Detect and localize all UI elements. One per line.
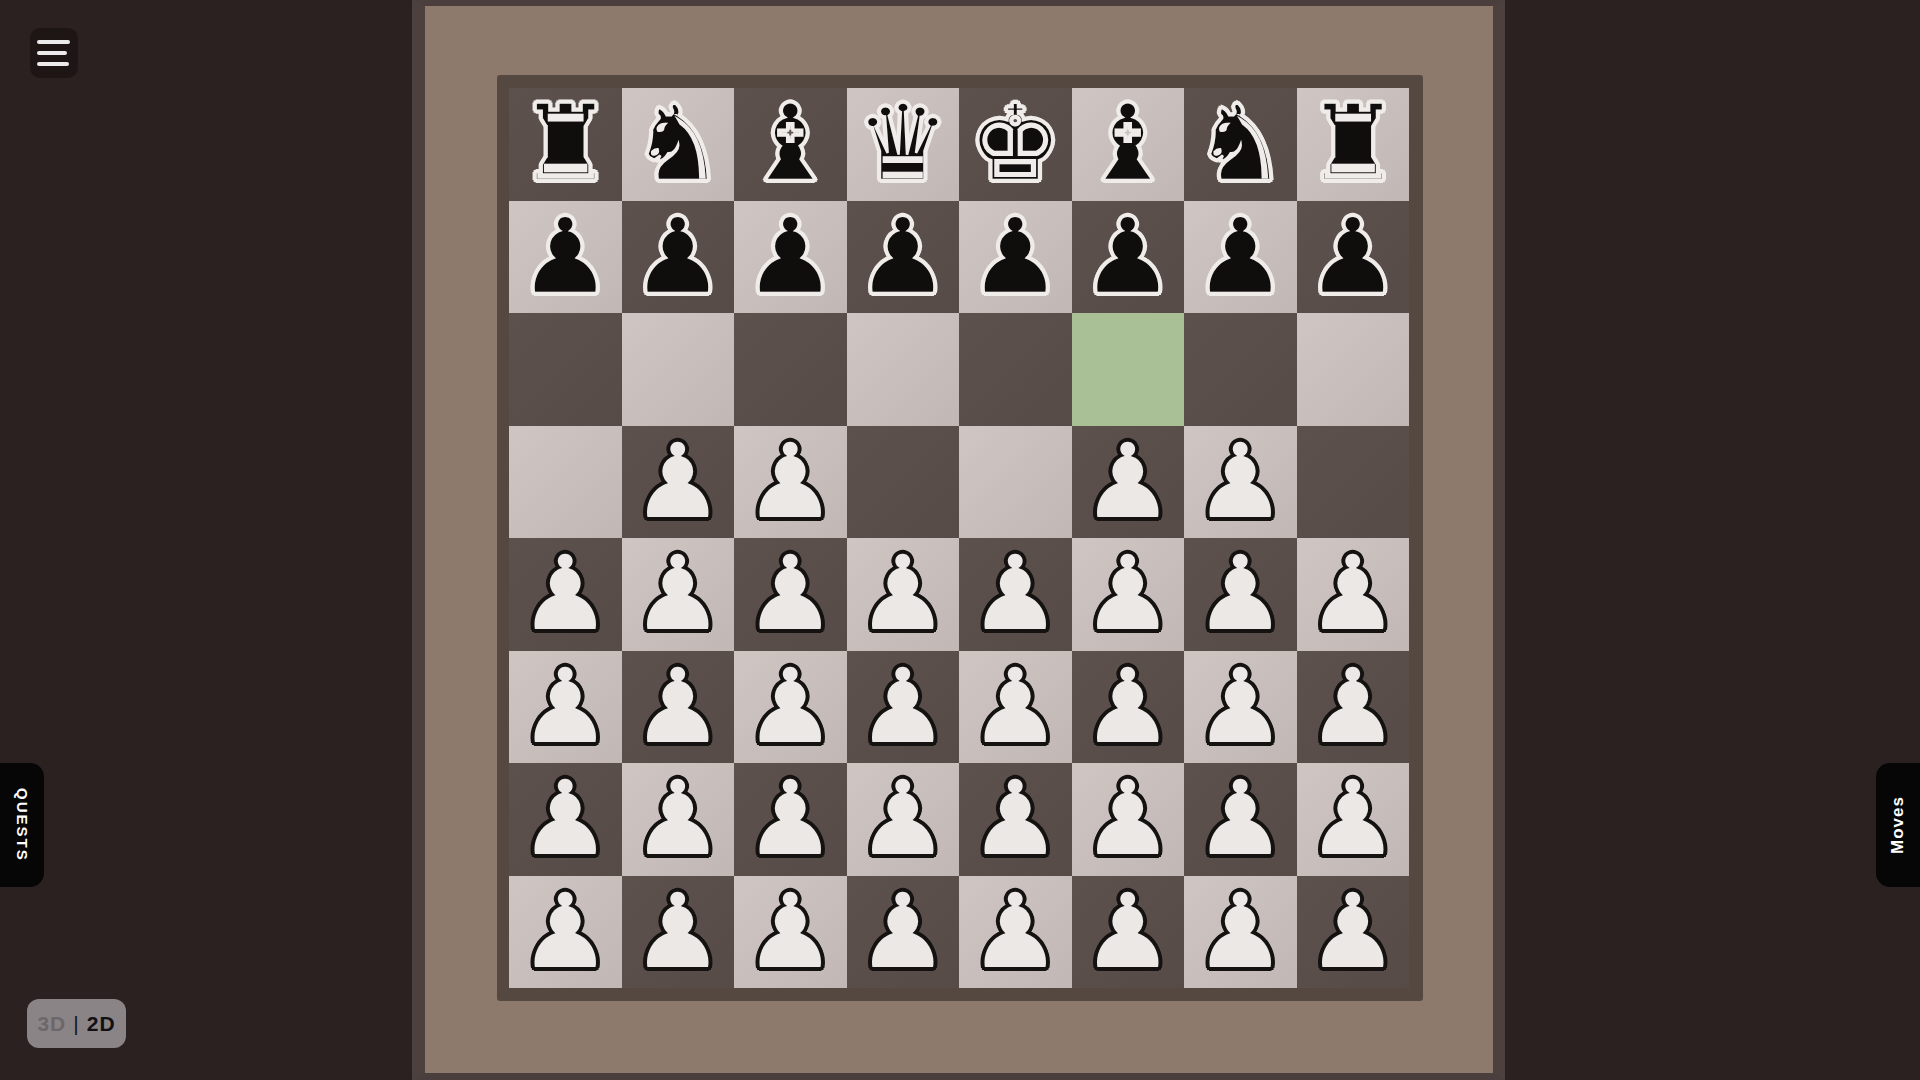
hamburger-icon — [37, 40, 70, 44]
piece-white-pawn[interactable]: ♟ — [509, 876, 622, 989]
square-d6[interactable] — [847, 313, 960, 426]
square-b4[interactable]: ♟ — [622, 538, 735, 651]
square-a1[interactable]: ♟ — [509, 876, 622, 989]
view-mode-toggle[interactable]: 3D | 2D — [27, 999, 126, 1048]
square-h8[interactable]: ♜ — [1297, 88, 1410, 201]
square-d4[interactable]: ♟ — [847, 538, 960, 651]
square-g4[interactable]: ♟ — [1184, 538, 1297, 651]
piece-white-pawn[interactable]: ♟ — [1072, 651, 1185, 764]
square-e1[interactable]: ♟ — [959, 876, 1072, 989]
square-f6[interactable] — [1072, 313, 1185, 426]
square-d2[interactable]: ♟ — [847, 763, 960, 876]
piece-black-pawn[interactable]: ♟ — [1072, 201, 1185, 314]
square-b1[interactable]: ♟ — [622, 876, 735, 989]
square-e4[interactable]: ♟ — [959, 538, 1072, 651]
square-d5[interactable] — [847, 426, 960, 539]
piece-black-knight[interactable]: ♞ — [622, 88, 735, 201]
square-a5[interactable] — [509, 426, 622, 539]
piece-black-bishop[interactable]: ♝ — [1072, 88, 1185, 201]
square-c8[interactable]: ♝ — [734, 88, 847, 201]
square-c7[interactable]: ♟ — [734, 201, 847, 314]
quests-tab[interactable]: QUESTS — [0, 763, 44, 887]
square-e6[interactable] — [959, 313, 1072, 426]
piece-black-pawn[interactable]: ♟ — [622, 201, 735, 314]
piece-black-bishop[interactable]: ♝ — [734, 88, 847, 201]
view-toggle-divider: | — [73, 1012, 79, 1036]
square-f2[interactable]: ♟ — [1072, 763, 1185, 876]
square-e3[interactable]: ♟ — [959, 651, 1072, 764]
square-e7[interactable]: ♟ — [959, 201, 1072, 314]
square-a7[interactable]: ♟ — [509, 201, 622, 314]
piece-black-pawn[interactable]: ♟ — [509, 201, 622, 314]
square-a2[interactable]: ♟ — [509, 763, 622, 876]
piece-white-pawn[interactable]: ♟ — [509, 651, 622, 764]
square-b2[interactable]: ♟ — [622, 763, 735, 876]
piece-white-pawn[interactable]: ♟ — [734, 651, 847, 764]
square-h3[interactable]: ♟ — [1297, 651, 1410, 764]
quests-tab-label: QUESTS — [14, 788, 31, 862]
square-a4[interactable]: ♟ — [509, 538, 622, 651]
square-a6[interactable] — [509, 313, 622, 426]
piece-white-pawn[interactable]: ♟ — [847, 651, 960, 764]
piece-white-pawn[interactable]: ♟ — [734, 538, 847, 651]
square-f1[interactable]: ♟ — [1072, 876, 1185, 989]
piece-white-pawn[interactable]: ♟ — [1297, 876, 1410, 989]
piece-black-pawn[interactable]: ♟ — [959, 201, 1072, 314]
view-toggle-3d-option[interactable]: 3D — [37, 1012, 66, 1036]
piece-black-pawn[interactable]: ♟ — [847, 201, 960, 314]
square-a8[interactable]: ♜ — [509, 88, 622, 201]
square-g7[interactable]: ♟ — [1184, 201, 1297, 314]
square-g8[interactable]: ♞ — [1184, 88, 1297, 201]
piece-black-pawn[interactable]: ♟ — [1297, 201, 1410, 314]
square-c6[interactable] — [734, 313, 847, 426]
square-c5[interactable]: ♟ — [734, 426, 847, 539]
piece-white-pawn[interactable]: ♟ — [847, 876, 960, 989]
square-h1[interactable]: ♟ — [1297, 876, 1410, 989]
piece-white-pawn[interactable]: ♟ — [509, 763, 622, 876]
piece-white-pawn[interactable]: ♟ — [734, 876, 847, 989]
square-f4[interactable]: ♟ — [1072, 538, 1185, 651]
square-b6[interactable] — [622, 313, 735, 426]
piece-white-pawn[interactable]: ♟ — [1297, 763, 1410, 876]
square-b5[interactable]: ♟ — [622, 426, 735, 539]
piece-white-pawn[interactable]: ♟ — [959, 538, 1072, 651]
board: ♜♞♝♛♚♝♞♜♟♟♟♟♟♟♟♟♟♟♟♟♟♟♟♟♟♟♟♟♟♟♟♟♟♟♟♟♟♟♟♟… — [509, 88, 1409, 988]
square-f8[interactable]: ♝ — [1072, 88, 1185, 201]
square-c1[interactable]: ♟ — [734, 876, 847, 989]
square-g5[interactable]: ♟ — [1184, 426, 1297, 539]
square-g6[interactable] — [1184, 313, 1297, 426]
piece-black-pawn[interactable]: ♟ — [734, 201, 847, 314]
square-g2[interactable]: ♟ — [1184, 763, 1297, 876]
square-c4[interactable]: ♟ — [734, 538, 847, 651]
piece-black-rook[interactable]: ♜ — [509, 88, 622, 201]
piece-white-pawn[interactable]: ♟ — [622, 426, 735, 539]
square-h4[interactable]: ♟ — [1297, 538, 1410, 651]
square-e2[interactable]: ♟ — [959, 763, 1072, 876]
piece-white-pawn[interactable]: ♟ — [959, 651, 1072, 764]
piece-white-pawn[interactable]: ♟ — [1072, 538, 1185, 651]
moves-tab-label: Moves — [1888, 796, 1908, 854]
square-h7[interactable]: ♟ — [1297, 201, 1410, 314]
piece-black-knight[interactable]: ♞ — [1184, 88, 1297, 201]
piece-black-queen[interactable]: ♛ — [847, 88, 960, 201]
square-c3[interactable]: ♟ — [734, 651, 847, 764]
moves-tab[interactable]: Moves — [1876, 763, 1920, 887]
square-f3[interactable]: ♟ — [1072, 651, 1185, 764]
view-toggle-2d-option[interactable]: 2D — [87, 1012, 116, 1036]
piece-white-pawn[interactable]: ♟ — [622, 651, 735, 764]
square-a3[interactable]: ♟ — [509, 651, 622, 764]
piece-black-rook[interactable]: ♜ — [1297, 88, 1410, 201]
square-g1[interactable]: ♟ — [1184, 876, 1297, 989]
piece-white-pawn[interactable]: ♟ — [847, 538, 960, 651]
square-h2[interactable]: ♟ — [1297, 763, 1410, 876]
square-c2[interactable]: ♟ — [734, 763, 847, 876]
piece-white-pawn[interactable]: ♟ — [1184, 651, 1297, 764]
square-b3[interactable]: ♟ — [622, 651, 735, 764]
piece-white-pawn[interactable]: ♟ — [1297, 651, 1410, 764]
piece-white-pawn[interactable]: ♟ — [1072, 426, 1185, 539]
square-b8[interactable]: ♞ — [622, 88, 735, 201]
menu-button[interactable] — [30, 28, 78, 78]
piece-white-pawn[interactable]: ♟ — [1072, 876, 1185, 989]
piece-white-pawn[interactable]: ♟ — [622, 876, 735, 989]
square-b7[interactable]: ♟ — [622, 201, 735, 314]
piece-white-pawn[interactable]: ♟ — [1184, 876, 1297, 989]
piece-white-pawn[interactable]: ♟ — [847, 763, 960, 876]
square-e5[interactable] — [959, 426, 1072, 539]
square-f5[interactable]: ♟ — [1072, 426, 1185, 539]
square-d1[interactable]: ♟ — [847, 876, 960, 989]
square-d7[interactable]: ♟ — [847, 201, 960, 314]
square-h6[interactable] — [1297, 313, 1410, 426]
piece-white-pawn[interactable]: ♟ — [1297, 538, 1410, 651]
piece-white-pawn[interactable]: ♟ — [622, 538, 735, 651]
piece-white-pawn[interactable]: ♟ — [1184, 763, 1297, 876]
piece-black-king[interactable]: ♚ — [959, 88, 1072, 201]
piece-white-pawn[interactable]: ♟ — [509, 538, 622, 651]
square-e8[interactable]: ♚ — [959, 88, 1072, 201]
piece-white-pawn[interactable]: ♟ — [734, 426, 847, 539]
square-g3[interactable]: ♟ — [1184, 651, 1297, 764]
piece-white-pawn[interactable]: ♟ — [959, 763, 1072, 876]
piece-white-pawn[interactable]: ♟ — [1184, 538, 1297, 651]
square-d8[interactable]: ♛ — [847, 88, 960, 201]
piece-white-pawn[interactable]: ♟ — [734, 763, 847, 876]
piece-white-pawn[interactable]: ♟ — [959, 876, 1072, 989]
piece-white-pawn[interactable]: ♟ — [1184, 426, 1297, 539]
square-d3[interactable]: ♟ — [847, 651, 960, 764]
square-f7[interactable]: ♟ — [1072, 201, 1185, 314]
piece-black-pawn[interactable]: ♟ — [1184, 201, 1297, 314]
piece-white-pawn[interactable]: ♟ — [622, 763, 735, 876]
piece-white-pawn[interactable]: ♟ — [1072, 763, 1185, 876]
square-h5[interactable] — [1297, 426, 1410, 539]
